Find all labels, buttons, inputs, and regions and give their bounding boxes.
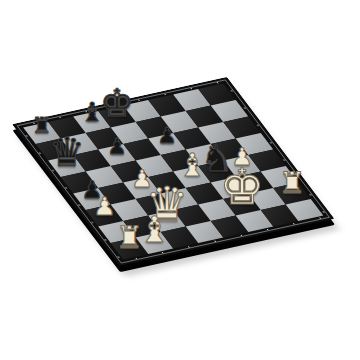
product-photo-chess-set: ♜♝♚♛♟♟♟♟♝♞♟♟♛♚♜♜♝ [0, 0, 360, 360]
